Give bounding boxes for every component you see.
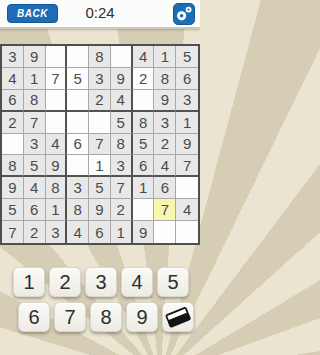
key-7[interactable]: 7 (54, 302, 86, 332)
sudoku-grid: 3984154175392866824932758313467852985913… (0, 44, 200, 245)
key-2[interactable]: 2 (49, 267, 81, 297)
cell-r6c9[interactable]: 7 (176, 155, 198, 177)
cell-r7c1[interactable]: 9 (2, 177, 24, 199)
top-bar: BACK 0:24 (0, 0, 200, 29)
cell-r2c6[interactable]: 9 (111, 68, 133, 90)
cell-r4c9[interactable]: 1 (176, 112, 198, 134)
cell-r3c4[interactable] (67, 90, 89, 112)
cell-r9c5[interactable]: 6 (89, 221, 111, 243)
cell-r2c2[interactable]: 1 (24, 68, 46, 90)
cell-r7c6[interactable]: 7 (111, 177, 133, 199)
keypad-row-2: 6789 (18, 302, 194, 332)
key-3[interactable]: 3 (85, 267, 117, 297)
key-6[interactable]: 6 (18, 302, 50, 332)
cell-r8c8[interactable]: 7 (154, 199, 176, 221)
cell-r9c3[interactable]: 3 (46, 221, 68, 243)
cell-r3c9[interactable]: 3 (176, 90, 198, 112)
cell-r4c3[interactable] (46, 112, 68, 134)
key-1[interactable]: 1 (13, 267, 45, 297)
cell-r6c7[interactable]: 6 (133, 155, 155, 177)
cell-r5c5[interactable]: 7 (89, 134, 111, 156)
settings-button[interactable] (173, 3, 195, 25)
cell-r3c8[interactable]: 9 (154, 90, 176, 112)
timer: 0:24 (0, 4, 200, 21)
eraser-button[interactable] (162, 302, 194, 332)
cell-r8c3[interactable]: 1 (46, 199, 68, 221)
cell-r4c4[interactable] (67, 112, 89, 134)
cell-r1c5[interactable]: 8 (89, 46, 111, 68)
cell-r5c7[interactable]: 5 (133, 134, 155, 156)
cell-r6c5[interactable]: 1 (89, 155, 111, 177)
cell-r1c1[interactable]: 3 (2, 46, 24, 68)
cell-r7c2[interactable]: 4 (24, 177, 46, 199)
gears-icon (174, 4, 194, 24)
cell-r8c5[interactable]: 9 (89, 199, 111, 221)
cell-r2c8[interactable]: 8 (154, 68, 176, 90)
cell-r2c4[interactable]: 5 (67, 68, 89, 90)
cell-r7c5[interactable]: 5 (89, 177, 111, 199)
cell-r8c6[interactable]: 2 (111, 199, 133, 221)
cell-r7c8[interactable]: 6 (154, 177, 176, 199)
cell-r6c3[interactable]: 9 (46, 155, 68, 177)
cell-r9c8[interactable] (154, 221, 176, 243)
cell-r1c9[interactable]: 5 (176, 46, 198, 68)
cell-r6c1[interactable]: 8 (2, 155, 24, 177)
cell-r1c3[interactable] (46, 46, 68, 68)
cell-r6c6[interactable]: 3 (111, 155, 133, 177)
cell-r7c9[interactable] (176, 177, 198, 199)
cell-r3c1[interactable]: 6 (2, 90, 24, 112)
cell-r5c9[interactable]: 9 (176, 134, 198, 156)
cell-r6c2[interactable]: 5 (24, 155, 46, 177)
cell-r8c7[interactable] (133, 199, 155, 221)
key-9[interactable]: 9 (126, 302, 158, 332)
cell-r5c8[interactable]: 2 (154, 134, 176, 156)
cell-r4c6[interactable]: 5 (111, 112, 133, 134)
key-8[interactable]: 8 (90, 302, 122, 332)
cell-r3c2[interactable]: 8 (24, 90, 46, 112)
cell-r8c1[interactable]: 5 (2, 199, 24, 221)
cell-r9c6[interactable]: 1 (111, 221, 133, 243)
eraser-icon (164, 303, 192, 331)
cell-r5c4[interactable]: 6 (67, 134, 89, 156)
cell-r5c3[interactable]: 4 (46, 134, 68, 156)
cell-r9c9[interactable] (176, 221, 198, 243)
cell-r4c7[interactable]: 8 (133, 112, 155, 134)
cell-r4c2[interactable]: 7 (24, 112, 46, 134)
cell-r1c4[interactable] (67, 46, 89, 68)
cell-r6c4[interactable] (67, 155, 89, 177)
cell-r1c7[interactable]: 4 (133, 46, 155, 68)
cell-r7c7[interactable]: 1 (133, 177, 155, 199)
cell-r9c2[interactable]: 2 (24, 221, 46, 243)
cell-r1c8[interactable]: 1 (154, 46, 176, 68)
cell-r1c6[interactable] (111, 46, 133, 68)
cell-r1c2[interactable]: 9 (24, 46, 46, 68)
cell-r2c9[interactable]: 6 (176, 68, 198, 90)
key-4[interactable]: 4 (121, 267, 153, 297)
cell-r3c6[interactable]: 4 (111, 90, 133, 112)
cell-r3c3[interactable] (46, 90, 68, 112)
cell-r5c6[interactable]: 8 (111, 134, 133, 156)
cell-r9c4[interactable]: 4 (67, 221, 89, 243)
cell-r4c8[interactable]: 3 (154, 112, 176, 134)
cell-r5c1[interactable] (2, 134, 24, 156)
cell-r3c5[interactable]: 2 (89, 90, 111, 112)
key-5[interactable]: 5 (157, 267, 189, 297)
cell-r7c4[interactable]: 3 (67, 177, 89, 199)
cell-r2c1[interactable]: 4 (2, 68, 24, 90)
cell-r8c2[interactable]: 6 (24, 199, 46, 221)
cell-r2c3[interactable]: 7 (46, 68, 68, 90)
cell-r8c4[interactable]: 8 (67, 199, 89, 221)
keypad-row-1: 12345 (13, 267, 189, 297)
cell-r7c3[interactable]: 8 (46, 177, 68, 199)
cell-r4c5[interactable] (89, 112, 111, 134)
cell-r4c1[interactable]: 2 (2, 112, 24, 134)
cell-r6c8[interactable]: 4 (154, 155, 176, 177)
cell-r5c2[interactable]: 3 (24, 134, 46, 156)
cell-r8c9[interactable]: 4 (176, 199, 198, 221)
cell-r9c7[interactable]: 9 (133, 221, 155, 243)
cell-r2c7[interactable]: 2 (133, 68, 155, 90)
cell-r3c7[interactable] (133, 90, 155, 112)
cell-r2c5[interactable]: 3 (89, 68, 111, 90)
cell-r9c1[interactable]: 7 (2, 221, 24, 243)
